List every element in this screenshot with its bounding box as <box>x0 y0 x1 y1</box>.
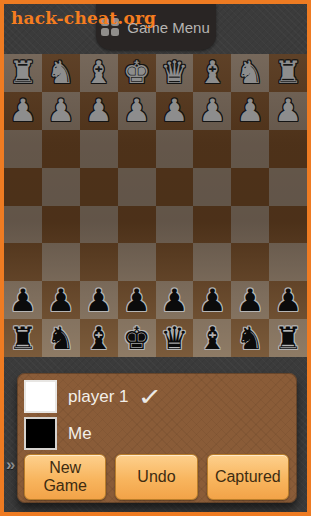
board-square[interactable]: ♟ <box>4 281 42 319</box>
chess-piece-black-pawn: ♟ <box>161 285 189 316</box>
chess-piece-white-rook: ♜ <box>274 57 302 88</box>
board-square[interactable] <box>118 206 156 244</box>
chess-piece-black-knight: ♞ <box>47 323 75 354</box>
board-square[interactable]: ♛ <box>156 319 194 357</box>
board-square[interactable]: ♞ <box>42 319 80 357</box>
chess-piece-white-knight: ♞ <box>236 57 264 88</box>
chess-piece-white-king: ♚ <box>123 57 151 88</box>
chess-piece-black-bishop: ♝ <box>85 323 113 354</box>
board-square[interactable]: ♟ <box>156 92 194 130</box>
chess-piece-white-queen: ♛ <box>161 57 189 88</box>
board-square[interactable]: ♚ <box>118 319 156 357</box>
board-square[interactable]: ♟ <box>269 92 307 130</box>
player-row-white: player 1 ✓ <box>24 380 289 413</box>
chess-piece-white-knight: ♞ <box>47 57 75 88</box>
board-square[interactable]: ♝ <box>193 319 231 357</box>
chess-piece-black-queen: ♛ <box>161 323 189 354</box>
board-square[interactable]: ♟ <box>156 281 194 319</box>
board-square[interactable] <box>231 168 269 206</box>
board-square[interactable] <box>42 243 80 281</box>
chess-piece-white-pawn: ♟ <box>198 95 226 126</box>
chess-piece-white-pawn: ♟ <box>47 95 75 126</box>
board-square[interactable] <box>156 168 194 206</box>
board-square[interactable] <box>193 206 231 244</box>
board-square[interactable]: ♟ <box>80 281 118 319</box>
chess-piece-black-knight: ♞ <box>236 323 264 354</box>
chess-piece-white-bishop: ♝ <box>198 57 226 88</box>
board-square[interactable]: ♟ <box>42 92 80 130</box>
chess-piece-white-pawn: ♟ <box>161 95 189 126</box>
chess-piece-white-pawn: ♟ <box>236 95 264 126</box>
chess-piece-black-rook: ♜ <box>274 323 302 354</box>
button-row: New Game Undo Captured <box>24 454 289 500</box>
board-square[interactable] <box>42 206 80 244</box>
chess-piece-black-pawn: ♟ <box>274 285 302 316</box>
black-color-swatch <box>24 417 57 450</box>
board-square[interactable] <box>269 130 307 168</box>
board-square[interactable] <box>118 243 156 281</box>
board-square[interactable] <box>193 243 231 281</box>
watermark: hack-cheat.org <box>11 8 156 28</box>
board-square[interactable]: ♝ <box>80 319 118 357</box>
chess-piece-black-bishop: ♝ <box>198 323 226 354</box>
board-square[interactable] <box>4 243 42 281</box>
new-game-button[interactable]: New Game <box>24 454 106 500</box>
board-square[interactable]: ♜ <box>269 319 307 357</box>
undo-button[interactable]: Undo <box>115 454 197 500</box>
board-square[interactable]: ♞ <box>231 54 269 92</box>
board-square[interactable]: ♟ <box>231 92 269 130</box>
player-name-black: Me <box>68 424 92 444</box>
active-player-checkmark: ✓ <box>138 383 163 411</box>
chess-piece-black-rook: ♜ <box>9 323 37 354</box>
white-color-swatch <box>24 380 57 413</box>
bottom-section: » player 1 ✓ Me New Game Undo Captured <box>4 373 307 516</box>
chess-piece-black-king: ♚ <box>123 323 151 354</box>
board-square[interactable] <box>118 168 156 206</box>
board-square[interactable] <box>193 168 231 206</box>
board-square[interactable]: ♞ <box>42 54 80 92</box>
chess-piece-white-bishop: ♝ <box>85 57 113 88</box>
drawer-handle-icon[interactable]: » <box>6 455 15 475</box>
board-square[interactable] <box>80 206 118 244</box>
player-name-white: player 1 <box>68 387 128 407</box>
chess-piece-black-pawn: ♟ <box>9 285 37 316</box>
captured-button[interactable]: Captured <box>207 454 289 500</box>
board-square[interactable] <box>4 130 42 168</box>
chess-piece-black-pawn: ♟ <box>47 285 75 316</box>
board-square[interactable] <box>80 130 118 168</box>
board-square[interactable] <box>269 206 307 244</box>
chess-piece-black-pawn: ♟ <box>85 285 113 316</box>
board-square[interactable] <box>4 206 42 244</box>
board-square[interactable] <box>80 168 118 206</box>
app: hack-cheat.org Game Menu ♜♞♝♚♛♝♞♜♟♟♟♟♟♟♟… <box>0 0 311 516</box>
board-square[interactable] <box>118 130 156 168</box>
board-square[interactable] <box>269 168 307 206</box>
board-square[interactable]: ♛ <box>156 54 194 92</box>
board-square[interactable] <box>193 130 231 168</box>
board-square[interactable]: ♟ <box>231 281 269 319</box>
board-square[interactable]: ♝ <box>193 54 231 92</box>
chess-piece-white-rook: ♜ <box>9 57 37 88</box>
chess-piece-white-pawn: ♟ <box>85 95 113 126</box>
board-square[interactable] <box>156 130 194 168</box>
board-square[interactable] <box>231 130 269 168</box>
chess-piece-black-pawn: ♟ <box>123 285 151 316</box>
board-square[interactable]: ♟ <box>269 281 307 319</box>
board-square[interactable]: ♞ <box>231 319 269 357</box>
board-square[interactable] <box>231 206 269 244</box>
board-square[interactable] <box>42 130 80 168</box>
chess-piece-black-pawn: ♟ <box>236 285 264 316</box>
board-square[interactable]: ♝ <box>80 54 118 92</box>
board-square[interactable] <box>156 206 194 244</box>
board-square[interactable] <box>269 243 307 281</box>
chess-piece-black-pawn: ♟ <box>198 285 226 316</box>
board-square[interactable]: ♟ <box>118 92 156 130</box>
board-square[interactable] <box>4 168 42 206</box>
board-square[interactable] <box>42 168 80 206</box>
chess-piece-white-pawn: ♟ <box>123 95 151 126</box>
chess-piece-white-pawn: ♟ <box>9 95 37 126</box>
control-panel: player 1 ✓ Me New Game Undo Captured <box>17 373 297 503</box>
board-square[interactable]: ♟ <box>193 92 231 130</box>
board-square[interactable]: ♟ <box>4 92 42 130</box>
board-square[interactable] <box>156 243 194 281</box>
board-square[interactable]: ♜ <box>4 54 42 92</box>
board-square[interactable] <box>80 243 118 281</box>
board-square[interactable]: ♜ <box>269 54 307 92</box>
chess-board: ♜♞♝♚♛♝♞♜♟♟♟♟♟♟♟♟♟♟♟♟♟♟♟♟♜♞♝♚♛♝♞♜ <box>4 54 307 357</box>
board-square[interactable]: ♜ <box>4 319 42 357</box>
player-row-black: Me <box>24 417 289 450</box>
chess-piece-white-pawn: ♟ <box>274 95 302 126</box>
board-square[interactable] <box>231 243 269 281</box>
board-square[interactable]: ♟ <box>80 92 118 130</box>
board-square[interactable]: ♟ <box>193 281 231 319</box>
board-square[interactable]: ♟ <box>118 281 156 319</box>
board-square[interactable]: ♟ <box>42 281 80 319</box>
board-square[interactable]: ♚ <box>118 54 156 92</box>
